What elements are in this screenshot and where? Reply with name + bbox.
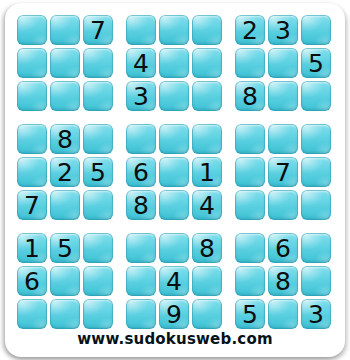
site-url: www.sudokusweb.com	[5, 328, 345, 350]
cell-r5c3[interactable]: 5	[83, 157, 113, 187]
sudoku-box-7: 156	[14, 230, 116, 332]
cell-r4c3[interactable]	[83, 124, 113, 154]
cell-r2c4[interactable]: 4	[126, 48, 156, 78]
cell-r4c8[interactable]	[268, 124, 298, 154]
cell-r6c8[interactable]	[268, 190, 298, 220]
cell-r1c2[interactable]	[50, 15, 80, 45]
cell-r1c7[interactable]: 2	[235, 15, 265, 45]
cell-r5c6[interactable]: 1	[192, 157, 222, 187]
cell-r6c9[interactable]	[301, 190, 331, 220]
cell-r9c8[interactable]	[268, 299, 298, 329]
cell-r7c3[interactable]	[83, 233, 113, 263]
sudoku-box-6: 7	[232, 121, 334, 223]
cell-r9c2[interactable]	[50, 299, 80, 329]
sudoku-board: 74323588257618471568496853	[14, 12, 334, 332]
cell-r6c7[interactable]	[235, 190, 265, 220]
cell-r4c6[interactable]	[192, 124, 222, 154]
sudoku-box-5: 6184	[123, 121, 225, 223]
cell-r2c9[interactable]: 5	[301, 48, 331, 78]
cell-r1c5[interactable]	[159, 15, 189, 45]
cell-r6c2[interactable]	[50, 190, 80, 220]
cell-r8c9[interactable]	[301, 266, 331, 296]
cell-r2c7[interactable]	[235, 48, 265, 78]
cell-r3c9[interactable]	[301, 81, 331, 111]
cell-r8c1[interactable]: 6	[17, 266, 47, 296]
cell-r8c4[interactable]	[126, 266, 156, 296]
cell-r5c5[interactable]	[159, 157, 189, 187]
cell-r3c7[interactable]: 8	[235, 81, 265, 111]
cell-r7c5[interactable]	[159, 233, 189, 263]
sudoku-box-9: 6853	[232, 230, 334, 332]
cell-r8c5[interactable]: 4	[159, 266, 189, 296]
cell-r9c4[interactable]	[126, 299, 156, 329]
cell-r1c9[interactable]	[301, 15, 331, 45]
cell-r1c8[interactable]: 3	[268, 15, 298, 45]
cell-r5c8[interactable]: 7	[268, 157, 298, 187]
cell-r3c5[interactable]	[159, 81, 189, 111]
cell-r4c5[interactable]	[159, 124, 189, 154]
cell-r4c2[interactable]: 8	[50, 124, 80, 154]
cell-r2c5[interactable]	[159, 48, 189, 78]
cell-r7c8[interactable]: 6	[268, 233, 298, 263]
cell-r1c1[interactable]	[17, 15, 47, 45]
sudoku-box-1: 7	[14, 12, 116, 114]
cell-r7c4[interactable]	[126, 233, 156, 263]
cell-r3c3[interactable]	[83, 81, 113, 111]
cell-r7c6[interactable]: 8	[192, 233, 222, 263]
cell-r9c3[interactable]	[83, 299, 113, 329]
cell-r2c1[interactable]	[17, 48, 47, 78]
cell-r8c6[interactable]	[192, 266, 222, 296]
cell-r3c8[interactable]	[268, 81, 298, 111]
cell-r6c5[interactable]	[159, 190, 189, 220]
cell-r3c1[interactable]	[17, 81, 47, 111]
cell-r5c1[interactable]	[17, 157, 47, 187]
cell-r4c9[interactable]	[301, 124, 331, 154]
cell-r9c1[interactable]	[17, 299, 47, 329]
cell-r5c9[interactable]	[301, 157, 331, 187]
cell-r5c7[interactable]	[235, 157, 265, 187]
sudoku-box-3: 2358	[232, 12, 334, 114]
cell-r8c8[interactable]: 8	[268, 266, 298, 296]
cell-r3c4[interactable]: 3	[126, 81, 156, 111]
cell-r2c6[interactable]	[192, 48, 222, 78]
cell-r2c2[interactable]	[50, 48, 80, 78]
sudoku-box-8: 849	[123, 230, 225, 332]
cell-r6c6[interactable]: 4	[192, 190, 222, 220]
cell-r5c4[interactable]: 6	[126, 157, 156, 187]
cell-r3c6[interactable]	[192, 81, 222, 111]
cell-r7c1[interactable]: 1	[17, 233, 47, 263]
sudoku-box-2: 43	[123, 12, 225, 114]
cell-r4c4[interactable]	[126, 124, 156, 154]
sudoku-box-4: 8257	[14, 121, 116, 223]
cell-r9c7[interactable]: 5	[235, 299, 265, 329]
cell-r8c2[interactable]	[50, 266, 80, 296]
cell-r6c1[interactable]: 7	[17, 190, 47, 220]
cell-r6c4[interactable]: 8	[126, 190, 156, 220]
cell-r7c7[interactable]	[235, 233, 265, 263]
cell-r9c9[interactable]: 3	[301, 299, 331, 329]
cell-r4c1[interactable]	[17, 124, 47, 154]
cell-r7c9[interactable]	[301, 233, 331, 263]
cell-r4c7[interactable]	[235, 124, 265, 154]
cell-r2c8[interactable]	[268, 48, 298, 78]
cell-r1c4[interactable]	[126, 15, 156, 45]
cell-r9c5[interactable]: 9	[159, 299, 189, 329]
cell-r1c3[interactable]: 7	[83, 15, 113, 45]
cell-r9c6[interactable]	[192, 299, 222, 329]
cell-r8c3[interactable]	[83, 266, 113, 296]
cell-r2c3[interactable]	[83, 48, 113, 78]
cell-r5c2[interactable]: 2	[50, 157, 80, 187]
cell-r8c7[interactable]	[235, 266, 265, 296]
cell-r7c2[interactable]: 5	[50, 233, 80, 263]
cell-r1c6[interactable]	[192, 15, 222, 45]
cell-r6c3[interactable]	[83, 190, 113, 220]
cell-r3c2[interactable]	[50, 81, 80, 111]
board-frame: 74323588257618471568496853 www.sudokuswe…	[5, 3, 345, 357]
